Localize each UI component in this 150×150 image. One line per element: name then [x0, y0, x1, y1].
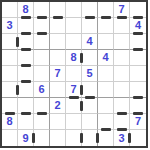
cell-r1c6[interactable] [82, 2, 98, 18]
cell-r3c6[interactable]: 4 [82, 34, 98, 50]
cell-r2c1[interactable]: 3 [2, 18, 18, 34]
cell-r8c7[interactable] [98, 114, 114, 130]
cell-r5c8[interactable] [114, 66, 130, 82]
cell-r2c2[interactable] [18, 18, 34, 34]
cell-r3c3[interactable] [34, 34, 50, 50]
cell-r5c7[interactable] [98, 66, 114, 82]
cell-r3c5[interactable] [66, 34, 82, 50]
cell-r1c8[interactable]: 7 [114, 2, 130, 18]
cell-r1c7[interactable] [98, 2, 114, 18]
cell-r6c1[interactable] [2, 82, 18, 98]
cell-r1c5[interactable] [66, 2, 82, 18]
cell-r9c8[interactable]: 3 [114, 130, 130, 146]
cell-r2c6[interactable] [82, 18, 98, 34]
cell-r6c4[interactable] [50, 82, 66, 98]
cell-r5c2[interactable] [18, 66, 34, 82]
cell-r8c6[interactable] [82, 114, 98, 130]
cell-r9c3[interactable] [34, 130, 50, 146]
cell-r5c4[interactable]: 7 [50, 66, 66, 82]
cell-r4c5[interactable]: 8 [66, 50, 82, 66]
cell-r9c9[interactable] [130, 130, 146, 146]
cell-r5c1[interactable] [2, 66, 18, 82]
cell-r7c8[interactable] [114, 98, 130, 114]
cell-r3c2[interactable] [18, 34, 34, 50]
cell-r2c9[interactable]: 4 [130, 18, 146, 34]
cell-r6c2[interactable] [18, 82, 34, 98]
cell-r3c8[interactable] [114, 34, 130, 50]
cell-r4c7[interactable]: 4 [98, 50, 114, 66]
cell-r9c4[interactable] [50, 130, 66, 146]
cell-r2c8[interactable] [114, 18, 130, 34]
cell-r8c9[interactable]: 7 [130, 114, 146, 130]
cell-r6c6[interactable] [82, 82, 98, 98]
cell-r5c3[interactable] [34, 66, 50, 82]
cell-r6c9[interactable] [130, 82, 146, 98]
cell-r5c9[interactable] [130, 66, 146, 82]
cell-r4c8[interactable] [114, 50, 130, 66]
cell-r1c1[interactable] [2, 2, 18, 18]
cell-r1c3[interactable] [34, 2, 50, 18]
cell-r7c1[interactable] [2, 98, 18, 114]
cell-r9c6[interactable] [82, 130, 98, 146]
cell-r6c5[interactable]: 7 [66, 82, 82, 98]
cell-r4c1[interactable] [2, 50, 18, 66]
cell-r8c1[interactable]: 8 [2, 114, 18, 130]
cell-r2c7[interactable] [98, 18, 114, 34]
cell-r4c3[interactable] [34, 50, 50, 66]
cell-r9c5[interactable] [66, 130, 82, 146]
cell-r7c7[interactable] [98, 98, 114, 114]
cell-r8c5[interactable] [66, 114, 82, 130]
cell-r1c2[interactable]: 8 [18, 2, 34, 18]
cell-r8c4[interactable] [50, 114, 66, 130]
cell-r8c8[interactable] [114, 114, 130, 130]
cell-r3c4[interactable] [50, 34, 66, 50]
cell-r8c3[interactable] [34, 114, 50, 130]
cell-r9c2[interactable]: 9 [18, 130, 34, 146]
cell-r2c3[interactable] [34, 18, 50, 34]
cell-r3c9[interactable] [130, 34, 146, 50]
sudoku-cells: 8734484756728793 [2, 2, 146, 146]
cell-r2c5[interactable] [66, 18, 82, 34]
sudoku-board: 8734484756728793 [0, 0, 148, 148]
cell-r7c6[interactable] [82, 98, 98, 114]
cell-r8c2[interactable] [18, 114, 34, 130]
cell-r6c7[interactable] [98, 82, 114, 98]
cell-r2c4[interactable] [50, 18, 66, 34]
cell-r5c6[interactable]: 5 [82, 66, 98, 82]
cell-r9c1[interactable] [2, 130, 18, 146]
cell-r1c9[interactable] [130, 2, 146, 18]
cell-r6c3[interactable]: 6 [34, 82, 50, 98]
cell-r7c4[interactable]: 2 [50, 98, 66, 114]
cell-r1c4[interactable] [50, 2, 66, 18]
cell-r7c2[interactable] [18, 98, 34, 114]
cell-r9c7[interactable] [98, 130, 114, 146]
cell-r5c5[interactable] [66, 66, 82, 82]
cell-r4c4[interactable] [50, 50, 66, 66]
cell-r7c5[interactable] [66, 98, 82, 114]
cell-r3c1[interactable] [2, 34, 18, 50]
cell-r7c3[interactable] [34, 98, 50, 114]
cell-r4c9[interactable] [130, 50, 146, 66]
cell-r4c2[interactable] [18, 50, 34, 66]
cell-r7c9[interactable] [130, 98, 146, 114]
cell-r3c7[interactable] [98, 34, 114, 50]
cell-r4c6[interactable] [82, 50, 98, 66]
cell-r6c8[interactable] [114, 82, 130, 98]
